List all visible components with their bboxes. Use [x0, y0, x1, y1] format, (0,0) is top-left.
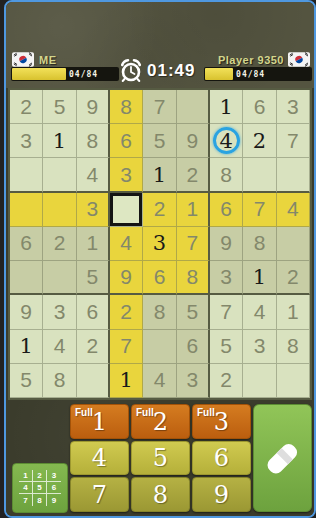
cell-r7c8[interactable]: 4	[243, 295, 276, 329]
given-digit: 3	[86, 197, 98, 221]
cell-r2c4[interactable]: 6	[110, 124, 143, 158]
number-button-9[interactable]: 9	[192, 477, 251, 512]
cell-r7c9[interactable]: 1	[277, 295, 310, 329]
cell-r9c3[interactable]	[77, 364, 110, 398]
cell-r8c5[interactable]	[143, 330, 176, 364]
cell-r4c3[interactable]: 3	[77, 193, 110, 227]
cell-r2c3[interactable]: 8	[77, 124, 110, 158]
given-digit: 9	[120, 265, 132, 289]
user-digit: 4	[219, 129, 232, 153]
given-digit: 1	[86, 231, 98, 255]
cell-r9c6[interactable]: 3	[177, 364, 210, 398]
given-digit: 8	[186, 265, 198, 289]
number-button-2[interactable]: Full 2	[131, 404, 190, 439]
given-digit: 7	[154, 95, 166, 119]
given-digit: 2	[287, 265, 299, 289]
cell-r6c7[interactable]: 3	[210, 261, 243, 295]
opponent-progress-bar: 04/84	[204, 67, 312, 81]
cell-r9c5[interactable]: 4	[143, 364, 176, 398]
cell-r5c3[interactable]: 1	[77, 227, 110, 261]
given-digit: 1	[287, 300, 299, 324]
eraser-icon	[260, 435, 306, 481]
cell-r1c1[interactable]: 2	[10, 90, 43, 124]
cell-r5c2[interactable]: 2	[43, 227, 76, 261]
given-digit: 4	[287, 197, 299, 221]
cell-r2c1[interactable]: 3	[10, 124, 43, 158]
user-digit: 1	[219, 95, 232, 119]
given-digit: 4	[54, 334, 66, 358]
cell-r3c2[interactable]	[43, 158, 76, 192]
notes-digit: 1	[19, 470, 33, 482]
given-digit: 5	[54, 95, 66, 119]
timer-value: 01:49	[147, 61, 195, 81]
eraser-button[interactable]	[253, 404, 312, 512]
cell-r9c9[interactable]	[277, 364, 310, 398]
given-digit: 5	[86, 265, 98, 289]
given-digit: 8	[54, 368, 66, 392]
cell-r4c4[interactable]	[110, 193, 143, 227]
cell-r9c7[interactable]: 2	[210, 364, 243, 398]
cell-r4c6[interactable]: 1	[177, 193, 210, 227]
given-digit: 8	[154, 300, 166, 324]
given-digit: 2	[120, 300, 132, 324]
user-digit: 1	[19, 334, 32, 358]
number-button-1[interactable]: Full 1	[70, 404, 129, 439]
given-digit: 7	[220, 300, 232, 324]
cell-r4c8[interactable]: 7	[243, 193, 276, 227]
cell-r1c4[interactable]: 8	[110, 90, 143, 124]
cell-r3c1[interactable]	[10, 158, 43, 192]
player-me-name: ME	[39, 54, 57, 66]
number-button-7-label: 7	[92, 481, 107, 509]
cell-r5c9[interactable]	[277, 227, 310, 261]
korea-flag-icon-left	[12, 52, 34, 67]
cell-r1c7[interactable]: 1	[210, 90, 243, 124]
cell-r4c9[interactable]: 4	[277, 193, 310, 227]
cell-r5c1[interactable]: 6	[10, 227, 43, 261]
notes-digit: 8	[33, 494, 47, 506]
cell-r6c3[interactable]: 5	[77, 261, 110, 295]
cell-r6c9[interactable]: 2	[277, 261, 310, 295]
cell-r5c7[interactable]: 9	[210, 227, 243, 261]
number-button-3[interactable]: Full 3	[192, 404, 251, 439]
cell-r5c5[interactable]: 3	[143, 227, 176, 261]
given-digit: 6	[254, 95, 266, 119]
cell-r6c4[interactable]: 9	[110, 261, 143, 295]
opponent-progress-text: 04/84	[236, 70, 265, 79]
given-digit: 5	[220, 334, 232, 358]
given-digit: 3	[220, 265, 232, 289]
given-digit: 2	[86, 334, 98, 358]
notes-digit: 6	[47, 482, 61, 494]
cell-r9c2[interactable]: 8	[43, 364, 76, 398]
sudoku-grid: 2598716331865942743128321674621437985968…	[8, 88, 312, 400]
given-digit: 6	[20, 231, 32, 255]
number-button-6[interactable]: 6	[192, 441, 251, 475]
cell-r4c2[interactable]	[43, 193, 76, 227]
given-digit: 8	[220, 163, 232, 187]
notes-digit: 3	[47, 470, 61, 482]
number-button-2-label: 2	[153, 408, 168, 436]
number-button-1-label: 1	[92, 408, 107, 436]
cell-r9c4[interactable]: 1	[110, 364, 143, 398]
given-digit: 6	[154, 265, 166, 289]
cell-r9c1[interactable]: 5	[10, 364, 43, 398]
user-digit: 2	[253, 129, 266, 153]
header: ME Player 9350 04/84 04/84	[6, 2, 314, 88]
cell-r6c6[interactable]: 8	[177, 261, 210, 295]
number-button-8-label: 8	[153, 481, 168, 509]
alarm-clock-icon	[118, 57, 144, 84]
given-digit: 1	[186, 197, 198, 221]
cell-r1c8[interactable]: 6	[243, 90, 276, 124]
notes-digit: 7	[19, 494, 33, 506]
cell-r3c6[interactable]: 2	[177, 158, 210, 192]
cell-r5c4[interactable]: 4	[110, 227, 143, 261]
my-progress-bar: 04/84	[11, 67, 119, 81]
cell-r3c8[interactable]	[243, 158, 276, 192]
korea-flag-icon-right	[288, 52, 310, 67]
cell-r9c8[interactable]	[243, 364, 276, 398]
number-button-5-label: 5	[153, 444, 168, 472]
cell-r4c7[interactable]: 6	[210, 193, 243, 227]
cell-r7c1[interactable]: 9	[10, 295, 43, 329]
cell-r6c8[interactable]: 1	[243, 261, 276, 295]
notes-digit: 2	[33, 470, 47, 482]
cell-r7c3[interactable]: 6	[77, 295, 110, 329]
given-digit: 9	[86, 95, 98, 119]
timer: 01:49	[118, 57, 195, 84]
given-digit: 9	[186, 129, 198, 153]
cell-r2c2[interactable]: 1	[43, 124, 76, 158]
cell-r8c4[interactable]: 7	[110, 330, 143, 364]
given-digit: 3	[287, 95, 299, 119]
given-digit: 7	[186, 231, 198, 255]
cell-r3c9[interactable]	[277, 158, 310, 192]
cell-r8c1[interactable]: 1	[10, 330, 43, 364]
cell-r6c5[interactable]: 6	[143, 261, 176, 295]
given-digit: 5	[186, 300, 198, 324]
number-button-6-label: 6	[214, 444, 229, 472]
user-digit: 3	[153, 231, 166, 255]
user-digit: 1	[53, 129, 66, 153]
cell-r8c8[interactable]: 3	[243, 330, 276, 364]
given-digit: 4	[86, 163, 98, 187]
given-digit: 8	[287, 334, 299, 358]
number-button-9-label: 9	[214, 481, 229, 509]
cell-r3c4[interactable]: 3	[110, 158, 143, 192]
given-digit: 8	[86, 129, 98, 153]
player-opponent-name: Player 9350	[218, 54, 284, 66]
given-digit: 8	[254, 231, 266, 255]
cell-r1c9[interactable]: 3	[277, 90, 310, 124]
given-digit: 3	[54, 300, 66, 324]
given-digit: 3	[20, 129, 32, 153]
cell-r6c2[interactable]	[43, 261, 76, 295]
cell-r1c5[interactable]: 7	[143, 90, 176, 124]
number-button-4[interactable]: 4	[70, 441, 129, 475]
cell-r2c9[interactable]: 7	[277, 124, 310, 158]
cell-r5c8[interactable]: 8	[243, 227, 276, 261]
notes-digit: 4	[19, 482, 33, 494]
given-digit: 6	[220, 197, 232, 221]
given-digit: 7	[254, 197, 266, 221]
number-button-3-label: 3	[214, 408, 229, 436]
given-digit: 3	[186, 368, 198, 392]
given-digit: 5	[20, 368, 32, 392]
user-digit: 1	[253, 265, 266, 289]
given-digit: 7	[287, 129, 299, 153]
opponent-progress-fill	[205, 68, 233, 80]
given-digit: 3	[254, 334, 266, 358]
notes-digit: 9	[47, 494, 61, 506]
cell-r5c6[interactable]: 7	[177, 227, 210, 261]
cell-r8c7[interactable]: 5	[210, 330, 243, 364]
full-badge-1: Full	[75, 407, 93, 418]
given-digit: 2	[186, 163, 198, 187]
number-button-5[interactable]: 5	[131, 441, 190, 475]
cell-r1c3[interactable]: 9	[77, 90, 110, 124]
full-badge-3: Full	[197, 407, 215, 418]
given-digit: 4	[120, 231, 132, 255]
given-digit: 6	[186, 334, 198, 358]
given-digit: 2	[20, 95, 32, 119]
cell-r7c5[interactable]: 8	[143, 295, 176, 329]
cell-r7c6[interactable]: 5	[177, 295, 210, 329]
given-digit: 6	[86, 300, 98, 324]
sudoku-app-window: ME Player 9350 04/84 04/84	[4, 0, 316, 518]
cell-r7c2[interactable]: 3	[43, 295, 76, 329]
cell-r3c5[interactable]: 1	[143, 158, 176, 192]
notes-digit: 5	[33, 482, 47, 494]
cell-r8c2[interactable]: 4	[43, 330, 76, 364]
cell-r4c1[interactable]	[10, 193, 43, 227]
my-progress-fill	[12, 68, 66, 80]
cell-r6c1[interactable]	[10, 261, 43, 295]
given-digit: 2	[220, 368, 232, 392]
given-digit: 4	[254, 300, 266, 324]
cell-r2c8[interactable]: 2	[243, 124, 276, 158]
cell-r1c6[interactable]	[177, 90, 210, 124]
number-button-7[interactable]: 7	[70, 477, 129, 512]
cell-r8c6[interactable]: 6	[177, 330, 210, 364]
given-digit: 4	[154, 368, 166, 392]
cell-r8c3[interactable]: 2	[77, 330, 110, 364]
number-button-4-label: 4	[92, 444, 107, 472]
given-digit: 9	[220, 231, 232, 255]
opponent-move-circle: 4	[213, 127, 240, 154]
cell-r2c5[interactable]: 5	[143, 124, 176, 158]
cell-r8c9[interactable]: 8	[277, 330, 310, 364]
given-digit: 8	[120, 95, 132, 119]
user-digit: 1	[119, 368, 132, 392]
pencil-marks-button[interactable]: 1 2 3 4 5 6 7 8 9	[12, 463, 68, 513]
cell-r7c4[interactable]: 2	[110, 295, 143, 329]
given-digit: 2	[54, 231, 66, 255]
cell-r2c6[interactable]: 9	[177, 124, 210, 158]
cell-r3c3[interactable]: 4	[77, 158, 110, 192]
given-digit: 6	[120, 129, 132, 153]
my-progress-text: 04/84	[69, 70, 98, 79]
given-digit: 2	[154, 197, 166, 221]
given-digit: 3	[120, 163, 132, 187]
given-digit: 7	[120, 334, 132, 358]
number-button-8[interactable]: 8	[131, 477, 190, 512]
pencil-marks-grid-icon: 1 2 3 4 5 6 7 8 9	[19, 470, 61, 506]
user-digit: 1	[153, 163, 166, 187]
cell-r7c7[interactable]: 7	[210, 295, 243, 329]
cell-r1c2[interactable]: 5	[43, 90, 76, 124]
keypad: Full 1 Full 2 Full 3 4 5 6 7 8 9	[6, 400, 314, 516]
cell-r3c7[interactable]: 8	[210, 158, 243, 192]
given-digit: 5	[154, 129, 166, 153]
full-badge-2: Full	[136, 407, 154, 418]
given-digit: 9	[20, 300, 32, 324]
cell-r4c5[interactable]: 2	[143, 193, 176, 227]
cell-r2c7[interactable]: 4	[210, 124, 243, 158]
